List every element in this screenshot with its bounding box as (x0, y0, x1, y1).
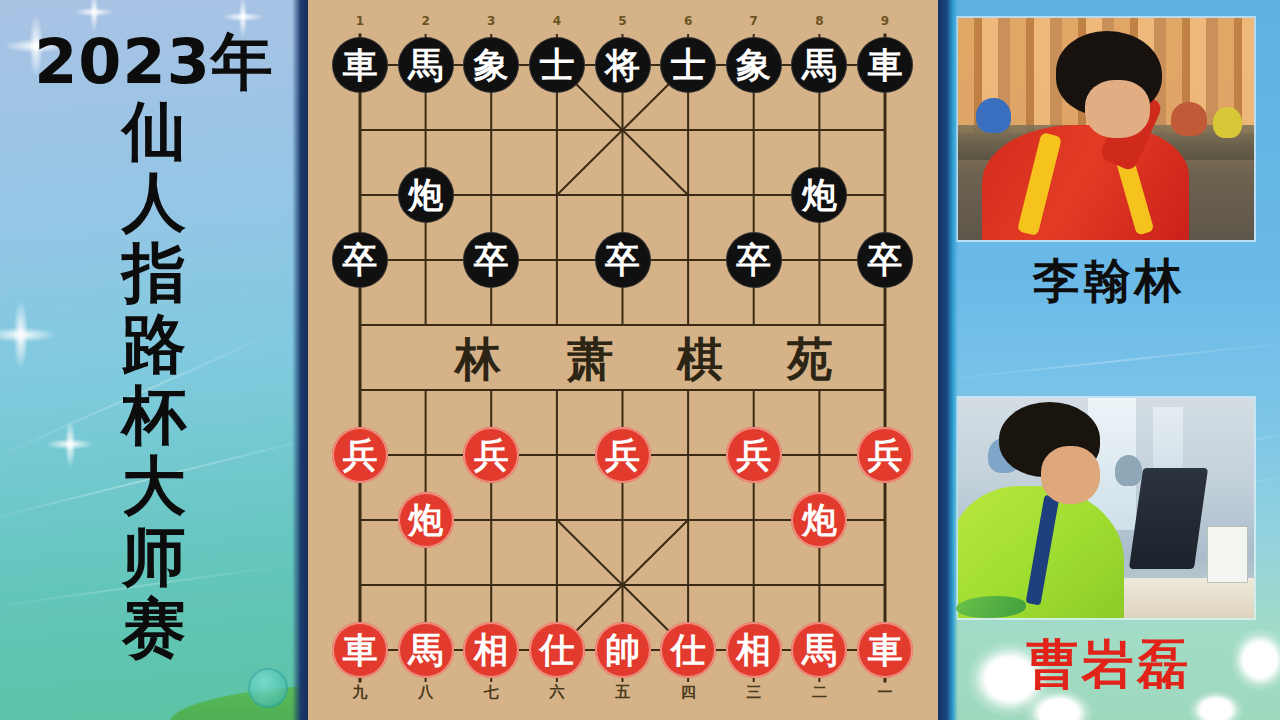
river-text-char: 苑 (787, 329, 833, 391)
file-label-top: 7 (750, 14, 758, 28)
xiangqi-board: 123456789 九八七六五四三二一 林萧棋苑 車馬象士将士象馬車炮炮卒卒卒卒… (308, 0, 938, 720)
piece-red-兵[interactable]: 兵 (726, 427, 782, 483)
piece-black-車[interactable]: 車 (332, 37, 388, 93)
file-label-bottom: 七 (484, 683, 499, 702)
tournament-title-char: 路 (0, 309, 308, 380)
piece-black-炮[interactable]: 炮 (398, 167, 454, 223)
file-label-top: 9 (881, 14, 889, 28)
piece-black-卒[interactable]: 卒 (726, 232, 782, 288)
panel-divider (292, 0, 308, 720)
player-face (1085, 80, 1150, 138)
piece-black-馬[interactable]: 馬 (398, 37, 454, 93)
player-face (1041, 446, 1100, 503)
file-label-top: 2 (421, 14, 429, 28)
photo-background-person (1213, 107, 1243, 138)
piece-black-卒[interactable]: 卒 (332, 232, 388, 288)
photo-background-person (976, 98, 1012, 134)
tournament-title-char: 仙 (0, 96, 308, 167)
tournament-title-vertical: 仙人指路杯大师赛 (0, 96, 308, 664)
file-label-bottom: 六 (549, 683, 564, 702)
piece-black-卒[interactable]: 卒 (595, 232, 651, 288)
tournament-title-char: 指 (0, 238, 308, 309)
piece-black-将[interactable]: 将 (595, 37, 651, 93)
player-name-top: 李翰林 (938, 250, 1280, 313)
tournament-title-char: 师 (0, 522, 308, 593)
piece-black-卒[interactable]: 卒 (857, 232, 913, 288)
piece-black-象[interactable]: 象 (726, 37, 782, 93)
piece-red-車[interactable]: 車 (332, 622, 388, 678)
river-text-char: 棋 (677, 329, 723, 391)
file-label-top: 6 (684, 14, 692, 28)
tournament-year: 2023年 (0, 20, 308, 104)
piece-red-仕[interactable]: 仕 (660, 622, 716, 678)
piece-red-馬[interactable]: 馬 (791, 622, 847, 678)
player-photo-bottom (958, 398, 1254, 618)
file-label-bottom: 五 (615, 683, 630, 702)
file-label-bottom: 一 (878, 683, 893, 702)
light-streak (938, 340, 1280, 382)
photo-sign-card (1207, 526, 1248, 583)
file-label-top: 4 (553, 14, 561, 28)
piece-red-炮[interactable]: 炮 (398, 492, 454, 548)
file-label-top: 8 (815, 14, 823, 28)
piece-black-炮[interactable]: 炮 (791, 167, 847, 223)
file-label-bottom: 八 (418, 683, 433, 702)
tournament-title-char: 大 (0, 451, 308, 522)
player-photo-top (958, 18, 1254, 240)
photo-laptop (1128, 468, 1207, 569)
river-text-char: 林 (455, 329, 501, 391)
file-label-top: 5 (618, 14, 626, 28)
piece-red-仕[interactable]: 仕 (529, 622, 585, 678)
piece-red-帥[interactable]: 帥 (595, 622, 651, 678)
piece-red-車[interactable]: 車 (857, 622, 913, 678)
teal-circle-decoration (248, 668, 288, 708)
photo-background-person (1171, 102, 1207, 135)
piece-red-兵[interactable]: 兵 (595, 427, 651, 483)
board-grid (308, 0, 938, 720)
river-text-char: 萧 (567, 329, 613, 391)
tournament-title-char: 赛 (0, 593, 308, 664)
panel-divider (938, 0, 958, 720)
piece-black-卒[interactable]: 卒 (463, 232, 519, 288)
player-name-bottom: 曹岩磊 (938, 630, 1280, 700)
screenshot-root: 2023年 仙人指路杯大师赛 (0, 0, 1280, 720)
red-team-jacket (982, 125, 1189, 240)
tournament-title-panel: 2023年 仙人指路杯大师赛 (0, 0, 308, 720)
piece-red-兵[interactable]: 兵 (857, 427, 913, 483)
piece-red-馬[interactable]: 馬 (398, 622, 454, 678)
file-label-bottom: 九 (353, 683, 368, 702)
file-label-bottom: 二 (812, 683, 827, 702)
file-label-bottom: 四 (681, 683, 696, 702)
piece-red-相[interactable]: 相 (726, 622, 782, 678)
piece-red-兵[interactable]: 兵 (332, 427, 388, 483)
tournament-title-char: 杯 (0, 380, 308, 451)
piece-black-士[interactable]: 士 (529, 37, 585, 93)
file-label-bottom: 三 (746, 683, 761, 702)
piece-black-士[interactable]: 士 (660, 37, 716, 93)
tournament-title-char: 人 (0, 167, 308, 238)
piece-red-炮[interactable]: 炮 (791, 492, 847, 548)
piece-red-相[interactable]: 相 (463, 622, 519, 678)
file-label-top: 1 (356, 14, 364, 28)
players-panel: 李翰林 曹岩磊 (938, 0, 1280, 720)
piece-red-兵[interactable]: 兵 (463, 427, 519, 483)
photo-background-person (1115, 455, 1142, 486)
file-label-top: 3 (487, 14, 495, 28)
piece-black-象[interactable]: 象 (463, 37, 519, 93)
piece-black-馬[interactable]: 馬 (791, 37, 847, 93)
piece-black-車[interactable]: 車 (857, 37, 913, 93)
